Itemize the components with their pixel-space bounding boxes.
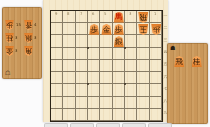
board-square[interactable]: 歩 (150, 23, 162, 35)
board-square[interactable] (113, 109, 125, 121)
board-square[interactable] (76, 48, 88, 60)
board-square[interactable] (88, 109, 100, 121)
board-square[interactable] (113, 60, 125, 72)
board-square[interactable] (125, 35, 137, 47)
hand-piece-gote[interactable]: 桂3 (5, 33, 24, 43)
hand-piece-gote[interactable]: 香4 (24, 20, 42, 30)
board-square[interactable] (150, 48, 162, 60)
sente-hand-tray: ☗ 飛桂 (167, 43, 208, 124)
board-square[interactable] (100, 48, 112, 60)
playback-controls (44, 123, 172, 127)
board-square[interactable]: 馬 (113, 11, 125, 23)
hand-piece-count: 3 (34, 36, 36, 40)
board-square[interactable] (125, 60, 137, 72)
board-square[interactable] (100, 60, 112, 72)
board-square[interactable] (137, 84, 149, 96)
control-button[interactable] (70, 123, 94, 127)
file-label: 9 (50, 1, 62, 9)
board-square[interactable] (100, 11, 112, 23)
control-button[interactable] (122, 123, 146, 127)
board-square[interactable] (150, 97, 162, 109)
board-square[interactable]: 銀 (113, 35, 125, 47)
gote-hand-pieces: 歩15香4桂3銀3金3角 (2, 7, 42, 56)
file-label: 2 (136, 1, 148, 9)
board-square[interactable] (150, 109, 162, 121)
board-square[interactable] (63, 72, 75, 84)
board-square[interactable] (88, 35, 100, 47)
board-square[interactable] (76, 11, 88, 23)
board-square[interactable] (113, 84, 125, 96)
board-square[interactable] (150, 72, 162, 84)
board-square[interactable]: 歩 (88, 23, 100, 35)
gote-indicator-icon: ☖ (5, 70, 10, 76)
hand-piece-gote[interactable]: 歩15 (5, 20, 24, 30)
board-square[interactable] (88, 72, 100, 84)
board-square[interactable] (76, 23, 88, 35)
board-square[interactable] (100, 72, 112, 84)
board-grid: 馬飛歩金歩玉歩銀 (50, 10, 163, 122)
board-square[interactable] (51, 84, 63, 96)
shogi-piece-gote[interactable]: 銀 (24, 33, 33, 43)
board-square[interactable] (150, 35, 162, 47)
board-square[interactable] (63, 23, 75, 35)
board-square[interactable] (137, 72, 149, 84)
board-square[interactable] (63, 60, 75, 72)
file-label: 5 (99, 1, 111, 9)
shogi-piece-gote[interactable]: 歩 (151, 24, 162, 35)
board-square[interactable] (76, 72, 88, 84)
board-square[interactable] (63, 35, 75, 47)
board-square[interactable] (76, 109, 88, 121)
board-square[interactable]: 玉 (137, 23, 149, 35)
file-label: 6 (87, 1, 99, 9)
star-point (124, 47, 126, 49)
hand-piece-count: 15 (16, 23, 21, 27)
file-labels: 987654321 (50, 1, 161, 9)
board-square[interactable] (137, 109, 149, 121)
gote-hand-tray: 歩15香4桂3銀3金3角 ☖ (2, 7, 42, 79)
hand-piece-sente[interactable]: 桂 (192, 56, 203, 67)
board-square[interactable] (137, 60, 149, 72)
board-square[interactable] (51, 35, 63, 47)
file-label: 3 (124, 1, 136, 9)
board-square[interactable] (51, 97, 63, 109)
board-square[interactable] (150, 60, 162, 72)
board-square[interactable] (100, 97, 112, 109)
board-square[interactable] (150, 84, 162, 96)
board-square[interactable] (63, 11, 75, 23)
board-square[interactable] (88, 84, 100, 96)
board-square[interactable] (76, 97, 88, 109)
board-square[interactable] (137, 97, 149, 109)
board-square[interactable] (125, 23, 137, 35)
board-square[interactable] (88, 11, 100, 23)
board-square[interactable]: 歩 (113, 23, 125, 35)
board-square[interactable] (63, 97, 75, 109)
board-square[interactable] (113, 72, 125, 84)
shogi-piece-sente[interactable]: 馬 (114, 12, 125, 23)
board-square[interactable] (113, 97, 125, 109)
shogi-piece-gote[interactable]: 飛 (138, 12, 149, 23)
board-square[interactable]: 飛 (137, 11, 149, 23)
board-square[interactable] (137, 48, 149, 60)
board-square[interactable] (51, 60, 63, 72)
board-square[interactable] (63, 48, 75, 60)
shogi-piece-gote[interactable]: 金 (5, 46, 14, 56)
board-square[interactable] (113, 48, 125, 60)
board-square[interactable] (63, 109, 75, 121)
file-label: 7 (75, 1, 87, 9)
file-label: 8 (62, 1, 74, 9)
hand-piece-count: 3 (15, 49, 17, 53)
board-square[interactable] (125, 109, 137, 121)
shogi-piece-gote[interactable]: 角 (24, 46, 33, 56)
board-square[interactable] (51, 48, 63, 60)
board-square[interactable] (63, 84, 75, 96)
board-square[interactable] (88, 48, 100, 60)
board-square[interactable] (100, 84, 112, 96)
board-square[interactable] (51, 72, 63, 84)
control-button[interactable] (44, 123, 68, 127)
board-square[interactable] (100, 35, 112, 47)
shogi-piece-sente[interactable]: 金 (101, 24, 112, 35)
board-square[interactable] (125, 84, 137, 96)
control-button[interactable] (148, 123, 172, 127)
star-point (87, 47, 89, 49)
shogi-piece-gote[interactable]: 玉 (138, 24, 149, 35)
board-square[interactable] (88, 60, 100, 72)
hand-piece-gote[interactable]: 角 (24, 46, 42, 56)
board-square[interactable] (76, 84, 88, 96)
hand-piece-sente[interactable]: 飛 (174, 56, 185, 67)
board-square[interactable] (100, 109, 112, 121)
board-square[interactable] (76, 35, 88, 47)
board-square[interactable] (125, 72, 137, 84)
file-label: 1 (149, 1, 161, 9)
hand-piece-count: 4 (34, 23, 36, 27)
shogi-piece-sente[interactable]: 銀 (114, 36, 125, 47)
shogi-piece-sente[interactable]: 歩 (114, 24, 125, 35)
hand-piece-gote[interactable]: 銀3 (24, 33, 42, 43)
board-square[interactable] (88, 97, 100, 109)
board-square[interactable] (51, 11, 63, 23)
board-square[interactable] (125, 97, 137, 109)
shogi-diagram: 歩15香4桂3銀3金3角 ☖ 987654321 一二三四五六七八九 馬飛歩金歩… (0, 0, 210, 127)
hand-piece-count: 3 (15, 36, 17, 40)
file-label: 4 (112, 1, 124, 9)
board-square[interactable] (125, 48, 137, 60)
shogi-piece-sente[interactable]: 歩 (89, 24, 100, 35)
board-square[interactable] (51, 23, 63, 35)
hand-piece-gote[interactable]: 金3 (5, 46, 24, 56)
board-square[interactable]: 金 (100, 23, 112, 35)
shogi-piece-gote[interactable]: 歩 (5, 20, 14, 30)
control-button[interactable] (96, 123, 120, 127)
shogi-piece-gote[interactable]: 桂 (5, 33, 14, 43)
shogi-board: 987654321 一二三四五六七八九 馬飛歩金歩玉歩銀 (43, 0, 168, 122)
board-square[interactable] (137, 35, 149, 47)
sente-indicator-icon: ☗ (170, 45, 175, 51)
board-square[interactable] (51, 109, 63, 121)
board-square[interactable] (76, 60, 88, 72)
shogi-piece-gote[interactable]: 香 (24, 20, 33, 30)
board-square[interactable] (150, 11, 162, 23)
board-square[interactable] (125, 11, 137, 23)
